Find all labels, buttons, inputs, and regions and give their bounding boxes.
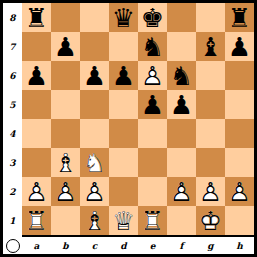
- rank-label-2: 2: [3, 177, 22, 206]
- square-f7[interactable]: [167, 32, 196, 61]
- square-a8[interactable]: ♜: [22, 3, 51, 32]
- black-pawn-glyph: ♟: [22, 61, 51, 90]
- file-label-f: f: [167, 237, 196, 254]
- white-pawn: ♟♙: [80, 177, 109, 206]
- white-bishop: ♝♗: [80, 206, 109, 235]
- diagram-inner: 87654321 ♜♛♚♜♟♞♝♟♟♟♟♟♙♞♟♟♝♗♞♘♟♙♟♙♟♙♟♙♟♙♟…: [3, 3, 254, 254]
- square-c3[interactable]: ♞♘: [80, 148, 109, 177]
- black-pawn-glyph: ♟: [225, 32, 254, 61]
- black-pawn: ♟: [167, 90, 196, 119]
- square-b7[interactable]: ♟: [51, 32, 80, 61]
- white-king-outline: ♔: [196, 206, 225, 235]
- square-a4[interactable]: [22, 119, 51, 148]
- black-queen: ♛: [109, 3, 138, 32]
- rank-label-7: 7: [3, 32, 22, 61]
- file-label-g: g: [196, 237, 225, 254]
- white-bishop-outline: ♗: [51, 148, 80, 177]
- square-e2[interactable]: [138, 177, 167, 206]
- file-label-h: h: [225, 237, 254, 254]
- square-h2[interactable]: ♟♙: [225, 177, 254, 206]
- square-c2[interactable]: ♟♙: [80, 177, 109, 206]
- square-a2[interactable]: ♟♙: [22, 177, 51, 206]
- chessboard: ♜♛♚♜♟♞♝♟♟♟♟♟♙♞♟♟♝♗♞♘♟♙♟♙♟♙♟♙♟♙♟♙♜♖♝♗♛♕♜♖…: [22, 3, 254, 237]
- white-pawn-outline: ♙: [22, 177, 51, 206]
- white-king: ♚♔: [196, 206, 225, 235]
- square-c4[interactable]: [80, 119, 109, 148]
- square-g8[interactable]: [196, 3, 225, 32]
- white-pawn: ♟♙: [51, 177, 80, 206]
- square-h6[interactable]: [225, 61, 254, 90]
- white-pawn: ♟♙: [196, 177, 225, 206]
- black-rook: ♜: [22, 3, 51, 32]
- square-b2[interactable]: ♟♙: [51, 177, 80, 206]
- white-knight-outline: ♘: [80, 148, 109, 177]
- black-pawn-glyph: ♟: [51, 32, 80, 61]
- square-e4[interactable]: [138, 119, 167, 148]
- square-a3[interactable]: [22, 148, 51, 177]
- square-e8[interactable]: ♚: [138, 3, 167, 32]
- square-c7[interactable]: [80, 32, 109, 61]
- white-pawn: ♟♙: [22, 177, 51, 206]
- square-d7[interactable]: [109, 32, 138, 61]
- white-rook-outline: ♖: [138, 206, 167, 235]
- rank-label-5: 5: [3, 90, 22, 119]
- square-g3[interactable]: [196, 148, 225, 177]
- square-e6[interactable]: ♟♙: [138, 61, 167, 90]
- black-knight: ♞: [138, 32, 167, 61]
- black-pawn-glyph: ♟: [109, 61, 138, 90]
- square-h1[interactable]: [225, 206, 254, 235]
- chess-diagram: 87654321 ♜♛♚♜♟♞♝♟♟♟♟♟♙♞♟♟♝♗♞♘♟♙♟♙♟♙♟♙♟♙♟…: [0, 0, 257, 257]
- white-pawn: ♟♙: [225, 177, 254, 206]
- square-f2[interactable]: ♟♙: [167, 177, 196, 206]
- square-d3[interactable]: [109, 148, 138, 177]
- black-queen-glyph: ♛: [109, 3, 138, 32]
- square-h4[interactable]: [225, 119, 254, 148]
- square-g5[interactable]: [196, 90, 225, 119]
- square-b5[interactable]: [51, 90, 80, 119]
- white-pawn: ♟♙: [138, 61, 167, 90]
- turn-indicator-cell: [3, 237, 22, 254]
- black-pawn: ♟: [225, 32, 254, 61]
- rank-label-4: 4: [3, 119, 22, 148]
- black-pawn: ♟: [22, 61, 51, 90]
- black-king-glyph: ♚: [138, 3, 167, 32]
- white-rook: ♜♖: [22, 206, 51, 235]
- white-pawn-outline: ♙: [196, 177, 225, 206]
- black-pawn: ♟: [138, 90, 167, 119]
- square-f3[interactable]: [167, 148, 196, 177]
- file-labels: abcdefgh: [22, 237, 254, 254]
- white-pawn-outline: ♙: [51, 177, 80, 206]
- square-c6[interactable]: ♟: [80, 61, 109, 90]
- white-rook: ♜♖: [138, 206, 167, 235]
- square-b4[interactable]: [51, 119, 80, 148]
- square-d8[interactable]: ♛: [109, 3, 138, 32]
- file-label-c: c: [80, 237, 109, 254]
- white-pawn-outline: ♙: [225, 177, 254, 206]
- file-label-e: e: [138, 237, 167, 254]
- rank-label-1: 1: [3, 206, 22, 235]
- white-bishop: ♝♗: [51, 148, 80, 177]
- white-pawn-outline: ♙: [138, 61, 167, 90]
- white-bishop-outline: ♗: [80, 206, 109, 235]
- square-a6[interactable]: ♟: [22, 61, 51, 90]
- square-h8[interactable]: ♜: [225, 3, 254, 32]
- square-b8[interactable]: [51, 3, 80, 32]
- black-rook-glyph: ♜: [225, 3, 254, 32]
- square-d4[interactable]: [109, 119, 138, 148]
- black-pawn-glyph: ♟: [167, 90, 196, 119]
- square-e1[interactable]: ♜♖: [138, 206, 167, 235]
- square-f5[interactable]: ♟: [167, 90, 196, 119]
- black-rook: ♜: [225, 3, 254, 32]
- black-knight-glyph: ♞: [138, 32, 167, 61]
- square-a7[interactable]: [22, 32, 51, 61]
- square-d6[interactable]: ♟: [109, 61, 138, 90]
- white-to-move-indicator: [6, 239, 20, 253]
- black-rook-glyph: ♜: [22, 3, 51, 32]
- square-b6[interactable]: [51, 61, 80, 90]
- square-c1[interactable]: ♝♗: [80, 206, 109, 235]
- square-h5[interactable]: [225, 90, 254, 119]
- file-label-d: d: [109, 237, 138, 254]
- square-e7[interactable]: ♞: [138, 32, 167, 61]
- square-g6[interactable]: [196, 61, 225, 90]
- square-h3[interactable]: [225, 148, 254, 177]
- white-queen: ♛♕: [109, 206, 138, 235]
- square-b1[interactable]: [51, 206, 80, 235]
- square-c5[interactable]: [80, 90, 109, 119]
- square-g1[interactable]: ♚♔: [196, 206, 225, 235]
- square-d2[interactable]: [109, 177, 138, 206]
- square-g2[interactable]: ♟♙: [196, 177, 225, 206]
- square-f4[interactable]: [167, 119, 196, 148]
- black-pawn-glyph: ♟: [138, 90, 167, 119]
- white-pawn: ♟♙: [167, 177, 196, 206]
- square-d1[interactable]: ♛♕: [109, 206, 138, 235]
- square-e3[interactable]: [138, 148, 167, 177]
- file-label-a: a: [22, 237, 51, 254]
- rank-label-8: 8: [3, 3, 22, 32]
- square-f8[interactable]: [167, 3, 196, 32]
- square-f1[interactable]: [167, 206, 196, 235]
- file-label-b: b: [51, 237, 80, 254]
- square-h7[interactable]: ♟: [225, 32, 254, 61]
- square-f6[interactable]: ♞: [167, 61, 196, 90]
- square-e5[interactable]: ♟: [138, 90, 167, 119]
- square-g4[interactable]: [196, 119, 225, 148]
- black-bishop-glyph: ♝: [196, 32, 225, 61]
- white-pawn-outline: ♙: [80, 177, 109, 206]
- black-king: ♚: [138, 3, 167, 32]
- black-pawn: ♟: [51, 32, 80, 61]
- rank-label-6: 6: [3, 61, 22, 90]
- square-d5[interactable]: [109, 90, 138, 119]
- black-knight: ♞: [167, 61, 196, 90]
- white-pawn-outline: ♙: [167, 177, 196, 206]
- black-pawn: ♟: [109, 61, 138, 90]
- square-g7[interactable]: ♝: [196, 32, 225, 61]
- white-knight: ♞♘: [80, 148, 109, 177]
- black-pawn-glyph: ♟: [80, 61, 109, 90]
- square-c8[interactable]: [80, 3, 109, 32]
- rank-labels: 87654321: [3, 3, 22, 237]
- square-a5[interactable]: [22, 90, 51, 119]
- white-rook-outline: ♖: [22, 206, 51, 235]
- white-queen-outline: ♕: [109, 206, 138, 235]
- square-a1[interactable]: ♜♖: [22, 206, 51, 235]
- black-bishop: ♝: [196, 32, 225, 61]
- black-knight-glyph: ♞: [167, 61, 196, 90]
- black-pawn: ♟: [80, 61, 109, 90]
- rank-label-3: 3: [3, 148, 22, 177]
- square-b3[interactable]: ♝♗: [51, 148, 80, 177]
